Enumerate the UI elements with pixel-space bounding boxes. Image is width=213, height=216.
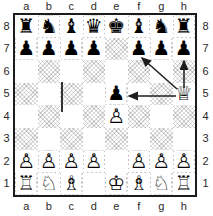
rank-label-4-right: 4	[199, 105, 212, 128]
square-h6[interactable]	[173, 60, 196, 83]
file-label-e-top: e	[105, 0, 128, 13]
black-piece-glyph: ♟	[130, 38, 148, 59]
black-piece-glyph: ♛	[85, 16, 103, 37]
file-label-d-top: d	[83, 0, 106, 13]
square-a2[interactable]: ♟♙	[15, 150, 38, 173]
square-d6[interactable]	[83, 60, 106, 83]
file-label-f-bottom: f	[128, 199, 151, 214]
square-a5[interactable]	[15, 83, 38, 106]
square-c2[interactable]: ♟♙	[60, 150, 83, 173]
black-pawn-b7: ♟	[39, 38, 59, 59]
white-pawn-b2: ♟♙	[39, 151, 59, 172]
black-piece-glyph: ♞	[152, 16, 170, 37]
black-piece-glyph: ♜	[175, 16, 193, 37]
rank-label-3-left: 3	[0, 128, 13, 151]
square-f1[interactable]: ♝♗	[128, 173, 151, 196]
square-c6[interactable]	[60, 60, 83, 83]
square-e1[interactable]: ♚♔	[105, 173, 128, 196]
square-d1[interactable]	[83, 173, 106, 196]
black-pawn-e5: ♟	[106, 83, 126, 104]
black-pawn-c7: ♟	[61, 38, 81, 59]
rank-label-5-right: 5	[199, 83, 212, 106]
square-a3[interactable]	[15, 128, 38, 151]
white-pawn-c2: ♟♙	[61, 151, 81, 172]
square-g3[interactable]	[150, 128, 173, 151]
black-knight-g8: ♞	[151, 16, 171, 37]
file-label-d-bottom: d	[83, 199, 106, 214]
chess-diagram: abcdefgh 87654321 ♜♞♝♛♚♝♞♜♟♟♟♟♟♟♟♟♛♕♟♙♟♙…	[0, 0, 213, 216]
white-piece-glyph: ♟♙	[174, 151, 194, 172]
black-piece-glyph: ♝	[130, 16, 148, 37]
file-label-g-top: g	[150, 0, 173, 13]
square-f5[interactable]	[128, 83, 151, 106]
white-rook-h1: ♜♖	[174, 173, 194, 194]
square-f2[interactable]: ♟♙	[128, 150, 151, 173]
square-d7[interactable]: ♟	[83, 38, 106, 61]
black-pawn-d7: ♟	[84, 38, 104, 59]
square-g4[interactable]	[150, 105, 173, 128]
white-piece-glyph: ♟♙	[16, 151, 36, 172]
square-h2[interactable]: ♟♙	[173, 150, 196, 173]
square-b7[interactable]: ♟	[38, 38, 61, 61]
square-e5[interactable]: ♟	[105, 83, 128, 106]
file-label-c-top: c	[60, 0, 83, 13]
white-bishop-f1: ♝♗	[129, 173, 149, 194]
square-d3[interactable]	[83, 128, 106, 151]
square-e6[interactable]	[105, 60, 128, 83]
rank-label-1-right: 1	[199, 173, 212, 196]
white-piece-glyph: ♝♗	[61, 173, 81, 194]
square-f4[interactable]	[128, 105, 151, 128]
file-label-f-top: f	[128, 0, 151, 13]
rank-label-2-right: 2	[199, 150, 212, 173]
square-c8[interactable]: ♝	[60, 15, 83, 38]
square-a1[interactable]: ♜♖	[15, 173, 38, 196]
file-label-e-bottom: e	[105, 199, 128, 214]
black-piece-glyph: ♟	[152, 38, 170, 59]
square-c4[interactable]	[60, 105, 83, 128]
file-label-b-top: b	[38, 0, 61, 13]
black-bishop-f8: ♝	[129, 16, 149, 37]
square-g6[interactable]	[150, 60, 173, 83]
square-d5[interactable]	[83, 83, 106, 106]
black-piece-glyph: ♟	[62, 38, 80, 59]
square-c5[interactable]	[60, 83, 83, 106]
white-pawn-h2: ♟♙	[174, 151, 194, 172]
square-b4[interactable]	[38, 105, 61, 128]
square-b6[interactable]	[38, 60, 61, 83]
black-pawn-a7: ♟	[16, 38, 36, 59]
square-b5[interactable]	[38, 83, 61, 106]
black-pawn-h7: ♟	[174, 38, 194, 59]
square-b1[interactable]: ♞♘	[38, 173, 61, 196]
square-g5[interactable]	[150, 83, 173, 106]
rank-labels-right: 87654321	[199, 15, 212, 195]
white-knight-b1: ♞♘	[39, 173, 59, 194]
rank-label-6-right: 6	[199, 60, 212, 83]
white-bishop-c1: ♝♗	[61, 173, 81, 194]
rank-label-1-left: 1	[0, 173, 13, 196]
white-pawn-d2: ♟♙	[84, 151, 104, 172]
square-b2[interactable]: ♟♙	[38, 150, 61, 173]
square-f8[interactable]: ♝	[128, 15, 151, 38]
file-label-h-top: h	[173, 0, 196, 13]
square-h4[interactable]	[173, 105, 196, 128]
square-h1[interactable]: ♜♖	[173, 173, 196, 196]
black-piece-glyph: ♝	[62, 16, 80, 37]
square-a8[interactable]: ♜	[15, 15, 38, 38]
file-labels-top: abcdefgh	[15, 0, 195, 13]
square-g7[interactable]: ♟	[150, 38, 173, 61]
black-rook-a8: ♜	[16, 16, 36, 37]
white-knight-g1: ♞♘	[151, 173, 171, 194]
white-rook-a1: ♜♖	[16, 173, 36, 194]
square-g8[interactable]: ♞	[150, 15, 173, 38]
black-piece-glyph: ♟	[40, 38, 58, 59]
square-a4[interactable]	[15, 105, 38, 128]
square-h3[interactable]	[173, 128, 196, 151]
white-piece-glyph: ♟♙	[129, 151, 149, 172]
square-h7[interactable]: ♟	[173, 38, 196, 61]
white-pawn-a2: ♟♙	[16, 151, 36, 172]
square-c3[interactable]	[60, 128, 83, 151]
square-d2[interactable]: ♟♙	[83, 150, 106, 173]
rank-labels-left: 87654321	[0, 15, 13, 195]
white-piece-glyph: ♟♙	[39, 151, 59, 172]
square-f7[interactable]: ♟	[128, 38, 151, 61]
white-piece-glyph: ♟♙	[61, 151, 81, 172]
white-queen-h5: ♛♕	[174, 83, 194, 104]
rank-label-5-left: 5	[0, 83, 13, 106]
white-piece-glyph: ♟♙	[84, 151, 104, 172]
white-pawn-f2: ♟♙	[129, 151, 149, 172]
black-queen-d8: ♛	[84, 16, 104, 37]
file-label-a-bottom: a	[15, 199, 38, 214]
file-label-c-bottom: c	[60, 199, 83, 214]
square-c1[interactable]: ♝♗	[60, 173, 83, 196]
white-piece-glyph: ♚♔	[106, 173, 126, 194]
rank-label-7-right: 7	[199, 38, 212, 61]
black-piece-glyph: ♜	[17, 16, 35, 37]
black-pawn-g7: ♟	[151, 38, 171, 59]
file-labels-bottom: abcdefgh	[15, 199, 195, 214]
rank-label-4-left: 4	[0, 105, 13, 128]
black-piece-glyph: ♞	[40, 16, 58, 37]
white-piece-glyph: ♟♙	[151, 151, 171, 172]
square-e7[interactable]	[105, 38, 128, 61]
file-label-h-bottom: h	[173, 199, 196, 214]
black-king-e8: ♚	[106, 16, 126, 37]
rank-label-7-left: 7	[0, 38, 13, 61]
white-pawn-g2: ♟♙	[151, 151, 171, 172]
black-piece-glyph: ♟	[175, 38, 193, 59]
square-b8[interactable]: ♞	[38, 15, 61, 38]
rank-label-8-right: 8	[199, 15, 212, 38]
black-pawn-f7: ♟	[129, 38, 149, 59]
white-piece-glyph: ♜♖	[16, 173, 36, 194]
white-pawn-e4: ♟♙	[106, 106, 126, 127]
square-f3[interactable]	[128, 128, 151, 151]
square-h5[interactable]: ♛♕	[173, 83, 196, 106]
file-label-g-bottom: g	[150, 199, 173, 214]
chessboard: ♜♞♝♛♚♝♞♜♟♟♟♟♟♟♟♟♛♕♟♙♟♙♟♙♟♙♟♙♟♙♟♙♟♙♜♖♞♘♝♗…	[13, 13, 197, 197]
file-label-a-top: a	[15, 0, 38, 13]
square-d8[interactable]: ♛	[83, 15, 106, 38]
square-a6[interactable]	[15, 60, 38, 83]
white-piece-glyph: ♟♙	[106, 106, 126, 127]
rank-label-3-right: 3	[199, 128, 212, 151]
white-piece-glyph: ♞♘	[151, 173, 171, 194]
square-e8[interactable]: ♚	[105, 15, 128, 38]
square-b3[interactable]	[38, 128, 61, 151]
square-e2[interactable]	[105, 150, 128, 173]
white-piece-glyph: ♞♘	[39, 173, 59, 194]
white-piece-glyph: ♛♕	[174, 83, 194, 104]
black-bishop-c8: ♝	[61, 16, 81, 37]
black-piece-glyph: ♟	[107, 83, 125, 104]
rank-label-2-left: 2	[0, 150, 13, 173]
square-e4[interactable]: ♟♙	[105, 105, 128, 128]
square-g2[interactable]: ♟♙	[150, 150, 173, 173]
black-piece-glyph: ♟	[17, 38, 35, 59]
black-piece-glyph: ♚	[107, 16, 125, 37]
rank-label-8-left: 8	[0, 15, 13, 38]
square-g1[interactable]: ♞♘	[150, 173, 173, 196]
white-piece-glyph: ♝♗	[129, 173, 149, 194]
black-knight-b8: ♞	[39, 16, 59, 37]
file-label-b-bottom: b	[38, 199, 61, 214]
white-king-e1: ♚♔	[106, 173, 126, 194]
rank-label-6-left: 6	[0, 60, 13, 83]
square-d4[interactable]	[83, 105, 106, 128]
square-a7[interactable]: ♟	[15, 38, 38, 61]
white-piece-glyph: ♜♖	[174, 173, 194, 194]
square-f6[interactable]	[128, 60, 151, 83]
black-piece-glyph: ♟	[85, 38, 103, 59]
black-rook-h8: ♜	[174, 16, 194, 37]
square-c7[interactable]: ♟	[60, 38, 83, 61]
square-e3[interactable]	[105, 128, 128, 151]
square-h8[interactable]: ♜	[173, 15, 196, 38]
